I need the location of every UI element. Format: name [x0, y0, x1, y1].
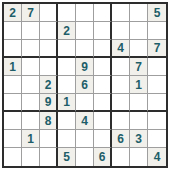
cell-r3c7: 4 — [112, 40, 130, 58]
cell-r6c3: 9 — [40, 94, 58, 112]
cell-r6c6[interactable] — [94, 94, 112, 112]
cell-r5c8: 1 — [130, 76, 148, 94]
cell-r9c7[interactable] — [112, 148, 130, 166]
cell-r6c9[interactable] — [148, 94, 166, 112]
cell-r1c4[interactable] — [58, 4, 76, 22]
cell-r8c5[interactable] — [76, 130, 94, 148]
cell-r1c6[interactable] — [94, 4, 112, 22]
cell-r2c7[interactable] — [112, 22, 130, 40]
cell-r1c9: 5 — [148, 4, 166, 22]
cell-r8c9[interactable] — [148, 130, 166, 148]
cell-r9c1[interactable] — [4, 148, 22, 166]
cell-r9c5[interactable] — [76, 148, 94, 166]
cell-r4c9[interactable] — [148, 58, 166, 76]
cell-r3c6[interactable] — [94, 40, 112, 58]
cell-r1c5[interactable] — [76, 4, 94, 22]
cell-r3c4[interactable] — [58, 40, 76, 58]
cell-r8c2: 1 — [22, 130, 40, 148]
cell-r4c2[interactable] — [22, 58, 40, 76]
cell-r7c9[interactable] — [148, 112, 166, 130]
cell-r1c1: 2 — [4, 4, 22, 22]
cell-r8c4[interactable] — [58, 130, 76, 148]
cell-r2c1[interactable] — [4, 22, 22, 40]
cell-r2c2[interactable] — [22, 22, 40, 40]
cell-r6c1[interactable] — [4, 94, 22, 112]
cell-r5c6[interactable] — [94, 76, 112, 94]
cell-r8c6[interactable] — [94, 130, 112, 148]
cell-r7c8[interactable] — [130, 112, 148, 130]
cell-r9c6: 6 — [94, 148, 112, 166]
cell-r6c4: 1 — [58, 94, 76, 112]
cell-r3c9: 7 — [148, 40, 166, 58]
cell-r3c8[interactable] — [130, 40, 148, 58]
cell-r4c4[interactable] — [58, 58, 76, 76]
cell-r6c2[interactable] — [22, 94, 40, 112]
cell-r4c6[interactable] — [94, 58, 112, 76]
cell-r5c7[interactable] — [112, 76, 130, 94]
cell-r7c7[interactable] — [112, 112, 130, 130]
cell-r3c2[interactable] — [22, 40, 40, 58]
cell-r8c7: 6 — [112, 130, 130, 148]
cell-r7c1[interactable] — [4, 112, 22, 130]
cell-r9c4: 5 — [58, 148, 76, 166]
cell-r3c3[interactable] — [40, 40, 58, 58]
cell-r7c2[interactable] — [22, 112, 40, 130]
cell-r9c3[interactable] — [40, 148, 58, 166]
cell-r2c3[interactable] — [40, 22, 58, 40]
cell-r1c8[interactable] — [130, 4, 148, 22]
cell-r9c8[interactable] — [130, 148, 148, 166]
cell-r4c8: 7 — [130, 58, 148, 76]
cell-r2c4: 2 — [58, 22, 76, 40]
cell-r4c7[interactable] — [112, 58, 130, 76]
cell-r1c2: 7 — [22, 4, 40, 22]
sudoku-board: 2752471972619184163564 — [2, 2, 168, 168]
cell-r5c1[interactable] — [4, 76, 22, 94]
cell-r6c5[interactable] — [76, 94, 94, 112]
cell-r5c4[interactable] — [58, 76, 76, 94]
cell-r2c8[interactable] — [130, 22, 148, 40]
cell-r5c3: 2 — [40, 76, 58, 94]
cell-r7c6[interactable] — [94, 112, 112, 130]
cell-r8c8: 3 — [130, 130, 148, 148]
cell-r5c9[interactable] — [148, 76, 166, 94]
cell-r6c8[interactable] — [130, 94, 148, 112]
cell-r3c1[interactable] — [4, 40, 22, 58]
cell-r9c9: 4 — [148, 148, 166, 166]
cell-r6c7[interactable] — [112, 94, 130, 112]
cell-r1c3[interactable] — [40, 4, 58, 22]
cell-r7c3: 8 — [40, 112, 58, 130]
cell-r8c3[interactable] — [40, 130, 58, 148]
cell-r4c5: 9 — [76, 58, 94, 76]
cell-r5c2[interactable] — [22, 76, 40, 94]
cell-r1c7[interactable] — [112, 4, 130, 22]
cell-r7c4[interactable] — [58, 112, 76, 130]
cell-r2c5[interactable] — [76, 22, 94, 40]
cell-r2c6[interactable] — [94, 22, 112, 40]
cell-r4c3[interactable] — [40, 58, 58, 76]
cell-r3c5[interactable] — [76, 40, 94, 58]
cell-r7c5: 4 — [76, 112, 94, 130]
cell-r8c1[interactable] — [4, 130, 22, 148]
cell-r2c9[interactable] — [148, 22, 166, 40]
cell-r5c5: 6 — [76, 76, 94, 94]
cell-r4c1: 1 — [4, 58, 22, 76]
cell-r9c2[interactable] — [22, 148, 40, 166]
